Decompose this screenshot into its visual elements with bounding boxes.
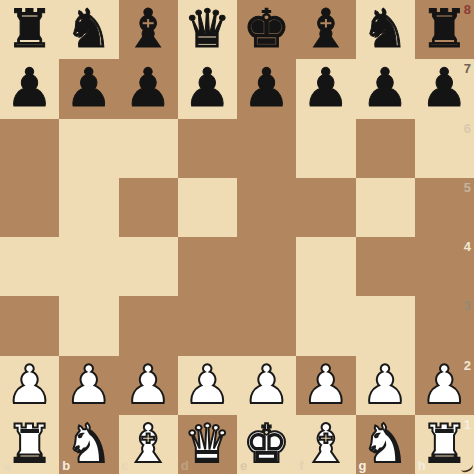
rank-label-3: 3: [464, 298, 471, 313]
square-d8[interactable]: ♛: [178, 0, 237, 59]
square-c5[interactable]: [119, 178, 178, 237]
square-b2[interactable]: ♟: [59, 356, 118, 415]
black-bishop[interactable]: ♝: [296, 0, 355, 58]
rank-label-5: 5: [464, 180, 471, 195]
square-g8[interactable]: ♞: [356, 0, 415, 59]
square-g3[interactable]: [356, 296, 415, 355]
black-pawn[interactable]: ♟: [59, 58, 118, 117]
square-b4[interactable]: [59, 237, 118, 296]
square-b6[interactable]: [59, 119, 118, 178]
black-pawn[interactable]: ♟: [237, 58, 296, 117]
rank-label-7: 7: [464, 61, 471, 76]
white-pawn[interactable]: ♟: [178, 355, 237, 414]
white-bishop[interactable]: ♝: [296, 414, 355, 473]
rank-label-4: 4: [464, 239, 471, 254]
rank-label-8: 8: [464, 2, 471, 17]
white-pawn[interactable]: ♟: [296, 355, 355, 414]
square-b7[interactable]: ♟: [59, 59, 118, 118]
black-pawn[interactable]: ♟: [178, 58, 237, 117]
square-a6[interactable]: [0, 119, 59, 178]
square-e6[interactable]: [237, 119, 296, 178]
rank-label-2: 2: [464, 358, 471, 373]
rank-label-6: 6: [464, 121, 471, 136]
square-b3[interactable]: [59, 296, 118, 355]
square-g2[interactable]: ♟: [356, 356, 415, 415]
square-f6[interactable]: [296, 119, 355, 178]
square-a3[interactable]: [0, 296, 59, 355]
square-d2[interactable]: ♟: [178, 356, 237, 415]
square-b5[interactable]: [59, 178, 118, 237]
black-knight[interactable]: ♞: [59, 0, 118, 58]
square-e2[interactable]: ♟: [237, 356, 296, 415]
black-bishop[interactable]: ♝: [119, 0, 178, 58]
white-pawn[interactable]: ♟: [59, 355, 118, 414]
black-pawn[interactable]: ♟: [0, 58, 59, 117]
file-label-c: c: [122, 458, 129, 473]
file-label-a: a: [3, 458, 10, 473]
white-pawn[interactable]: ♟: [119, 355, 178, 414]
square-f7[interactable]: ♟: [296, 59, 355, 118]
square-d7[interactable]: ♟: [178, 59, 237, 118]
square-g5[interactable]: [356, 178, 415, 237]
file-label-d: d: [181, 458, 189, 473]
white-pawn[interactable]: ♟: [356, 355, 415, 414]
square-e8[interactable]: ♚: [237, 0, 296, 59]
file-label-h: h: [418, 458, 426, 473]
square-f2[interactable]: ♟: [296, 356, 355, 415]
square-e5[interactable]: [237, 178, 296, 237]
rank-label-1: 1: [464, 417, 471, 432]
square-f3[interactable]: [296, 296, 355, 355]
square-g7[interactable]: ♟: [356, 59, 415, 118]
file-label-e: e: [240, 458, 247, 473]
black-pawn[interactable]: ♟: [119, 58, 178, 117]
square-f1[interactable]: ♝: [296, 415, 355, 474]
square-f4[interactable]: [296, 237, 355, 296]
square-c2[interactable]: ♟: [119, 356, 178, 415]
square-d5[interactable]: [178, 178, 237, 237]
square-g6[interactable]: [356, 119, 415, 178]
square-c4[interactable]: [119, 237, 178, 296]
black-rook[interactable]: ♜: [0, 0, 59, 58]
chess-board: ♜♞♝♛♚♝♞♜♟♟♟♟♟♟♟♟♟♟♟♟♟♟♟♟♜♞♝♛♚♝♞♜: [0, 0, 474, 474]
square-e4[interactable]: [237, 237, 296, 296]
square-e7[interactable]: ♟: [237, 59, 296, 118]
square-a2[interactable]: ♟: [0, 356, 59, 415]
square-f8[interactable]: ♝: [296, 0, 355, 59]
square-c6[interactable]: [119, 119, 178, 178]
square-a8[interactable]: ♜: [0, 0, 59, 59]
white-pawn[interactable]: ♟: [237, 355, 296, 414]
square-c3[interactable]: [119, 296, 178, 355]
square-d4[interactable]: [178, 237, 237, 296]
square-c8[interactable]: ♝: [119, 0, 178, 59]
square-a7[interactable]: ♟: [0, 59, 59, 118]
black-knight[interactable]: ♞: [356, 0, 415, 58]
square-b8[interactable]: ♞: [59, 0, 118, 59]
file-label-f: f: [299, 458, 303, 473]
square-a5[interactable]: [0, 178, 59, 237]
square-a4[interactable]: [0, 237, 59, 296]
square-g4[interactable]: [356, 237, 415, 296]
black-queen[interactable]: ♛: [178, 0, 237, 58]
chessboard-screenshot: ♜♞♝♛♚♝♞♜♟♟♟♟♟♟♟♟♟♟♟♟♟♟♟♟♜♞♝♛♚♝♞♜ 8765432…: [0, 0, 474, 474]
file-label-g: g: [359, 458, 367, 473]
file-label-b: b: [62, 458, 70, 473]
black-pawn[interactable]: ♟: [296, 58, 355, 117]
black-pawn[interactable]: ♟: [356, 58, 415, 117]
square-d6[interactable]: [178, 119, 237, 178]
white-pawn[interactable]: ♟: [0, 355, 59, 414]
square-f5[interactable]: [296, 178, 355, 237]
square-c7[interactable]: ♟: [119, 59, 178, 118]
black-king[interactable]: ♚: [237, 0, 296, 58]
square-e3[interactable]: [237, 296, 296, 355]
square-d3[interactable]: [178, 296, 237, 355]
